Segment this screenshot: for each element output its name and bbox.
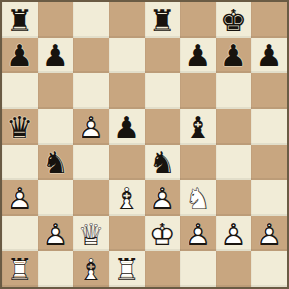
- piece-black-knight: ♞: [149, 148, 176, 178]
- square-e1[interactable]: [145, 251, 181, 287]
- piece-black-pawn: ♟: [113, 112, 140, 142]
- white-piece-outline: ♙: [220, 219, 247, 249]
- piece-black-pawn: ♟: [6, 41, 33, 71]
- square-d8[interactable]: [109, 2, 145, 38]
- square-c5[interactable]: ♟♙: [73, 109, 109, 145]
- piece-white-pawn: ♟♙: [220, 219, 247, 249]
- piece-white-queen: ♛♕: [78, 219, 105, 249]
- square-a8[interactable]: ♜: [2, 2, 38, 38]
- square-f8[interactable]: [180, 2, 216, 38]
- piece-white-pawn: ♟♙: [149, 183, 176, 213]
- square-h2[interactable]: ♟♙: [251, 216, 287, 252]
- square-f5[interactable]: ♝: [180, 109, 216, 145]
- square-a2[interactable]: [2, 216, 38, 252]
- square-a7[interactable]: ♟: [2, 38, 38, 74]
- square-b1[interactable]: [38, 251, 74, 287]
- square-e8[interactable]: ♜: [145, 2, 181, 38]
- white-piece-outline: ♔: [149, 219, 176, 249]
- square-e4[interactable]: ♞: [145, 145, 181, 181]
- square-g5[interactable]: [216, 109, 252, 145]
- square-e5[interactable]: [145, 109, 181, 145]
- white-piece-outline: ♗: [78, 255, 105, 285]
- square-a1[interactable]: ♜♖: [2, 251, 38, 287]
- square-f4[interactable]: [180, 145, 216, 181]
- square-f7[interactable]: ♟: [180, 38, 216, 74]
- square-h8[interactable]: [251, 2, 287, 38]
- square-h1[interactable]: [251, 251, 287, 287]
- piece-white-pawn: ♟♙: [256, 219, 283, 249]
- square-h5[interactable]: [251, 109, 287, 145]
- square-f6[interactable]: [180, 73, 216, 109]
- square-f2[interactable]: ♟♙: [180, 216, 216, 252]
- chess-board: ♜♜♚♟♟♟♟♟♛♟♙♟♝♞♞♟♙♝♗♟♙♞♘♟♙♛♕♚♔♟♙♟♙♟♙♜♖♝♗♜…: [0, 0, 289, 289]
- piece-black-king: ♚: [220, 5, 247, 35]
- piece-black-knight: ♞: [42, 148, 69, 178]
- piece-white-bishop: ♝♗: [78, 255, 105, 285]
- white-piece-outline: ♙: [78, 112, 105, 142]
- square-c3[interactable]: [73, 180, 109, 216]
- piece-white-pawn: ♟♙: [184, 219, 211, 249]
- piece-white-rook: ♜♖: [113, 255, 140, 285]
- square-c7[interactable]: [73, 38, 109, 74]
- piece-white-pawn: ♟♙: [6, 183, 33, 213]
- square-c1[interactable]: ♝♗: [73, 251, 109, 287]
- piece-white-rook: ♜♖: [6, 255, 33, 285]
- square-c2[interactable]: ♛♕: [73, 216, 109, 252]
- square-h6[interactable]: [251, 73, 287, 109]
- square-c8[interactable]: [73, 2, 109, 38]
- piece-white-pawn: ♟♙: [78, 112, 105, 142]
- square-a6[interactable]: [2, 73, 38, 109]
- square-h4[interactable]: [251, 145, 287, 181]
- white-piece-outline: ♙: [149, 183, 176, 213]
- square-d5[interactable]: ♟: [109, 109, 145, 145]
- square-b3[interactable]: [38, 180, 74, 216]
- square-c4[interactable]: [73, 145, 109, 181]
- square-a5[interactable]: ♛: [2, 109, 38, 145]
- square-e3[interactable]: ♟♙: [145, 180, 181, 216]
- square-b4[interactable]: ♞: [38, 145, 74, 181]
- square-c6[interactable]: [73, 73, 109, 109]
- white-piece-outline: ♖: [6, 255, 33, 285]
- piece-white-knight: ♞♘: [184, 183, 211, 213]
- piece-black-rook: ♜: [149, 5, 176, 35]
- piece-white-king: ♚♔: [149, 219, 176, 249]
- square-d7[interactable]: [109, 38, 145, 74]
- piece-black-pawn: ♟: [184, 41, 211, 71]
- white-piece-outline: ♙: [256, 219, 283, 249]
- square-d6[interactable]: [109, 73, 145, 109]
- square-d4[interactable]: [109, 145, 145, 181]
- square-d3[interactable]: ♝♗: [109, 180, 145, 216]
- piece-black-queen: ♛: [6, 112, 33, 142]
- white-piece-outline: ♙: [184, 219, 211, 249]
- white-piece-outline: ♘: [184, 183, 211, 213]
- square-e7[interactable]: [145, 38, 181, 74]
- square-g4[interactable]: [216, 145, 252, 181]
- piece-black-pawn: ♟: [42, 41, 69, 71]
- white-piece-outline: ♙: [6, 183, 33, 213]
- white-piece-outline: ♗: [113, 183, 140, 213]
- piece-white-pawn: ♟♙: [42, 219, 69, 249]
- white-piece-outline: ♖: [113, 255, 140, 285]
- square-b2[interactable]: ♟♙: [38, 216, 74, 252]
- square-h7[interactable]: ♟: [251, 38, 287, 74]
- square-g8[interactable]: ♚: [216, 2, 252, 38]
- square-b5[interactable]: [38, 109, 74, 145]
- square-g1[interactable]: [216, 251, 252, 287]
- square-g6[interactable]: [216, 73, 252, 109]
- square-f3[interactable]: ♞♘: [180, 180, 216, 216]
- square-g3[interactable]: [216, 180, 252, 216]
- piece-black-pawn: ♟: [256, 41, 283, 71]
- white-piece-outline: ♙: [42, 219, 69, 249]
- piece-black-bishop: ♝: [184, 112, 211, 142]
- square-b6[interactable]: [38, 73, 74, 109]
- square-d2[interactable]: [109, 216, 145, 252]
- square-f1[interactable]: [180, 251, 216, 287]
- square-e2[interactable]: ♚♔: [145, 216, 181, 252]
- piece-black-rook: ♜: [6, 5, 33, 35]
- square-b7[interactable]: ♟: [38, 38, 74, 74]
- piece-white-bishop: ♝♗: [113, 183, 140, 213]
- white-piece-outline: ♕: [78, 219, 105, 249]
- square-b8[interactable]: [38, 2, 74, 38]
- square-d1[interactable]: ♜♖: [109, 251, 145, 287]
- square-g2[interactable]: ♟♙: [216, 216, 252, 252]
- piece-black-pawn: ♟: [220, 41, 247, 71]
- square-g7[interactable]: ♟: [216, 38, 252, 74]
- square-a4[interactable]: [2, 145, 38, 181]
- square-h3[interactable]: [251, 180, 287, 216]
- square-e6[interactable]: [145, 73, 181, 109]
- square-a3[interactable]: ♟♙: [2, 180, 38, 216]
